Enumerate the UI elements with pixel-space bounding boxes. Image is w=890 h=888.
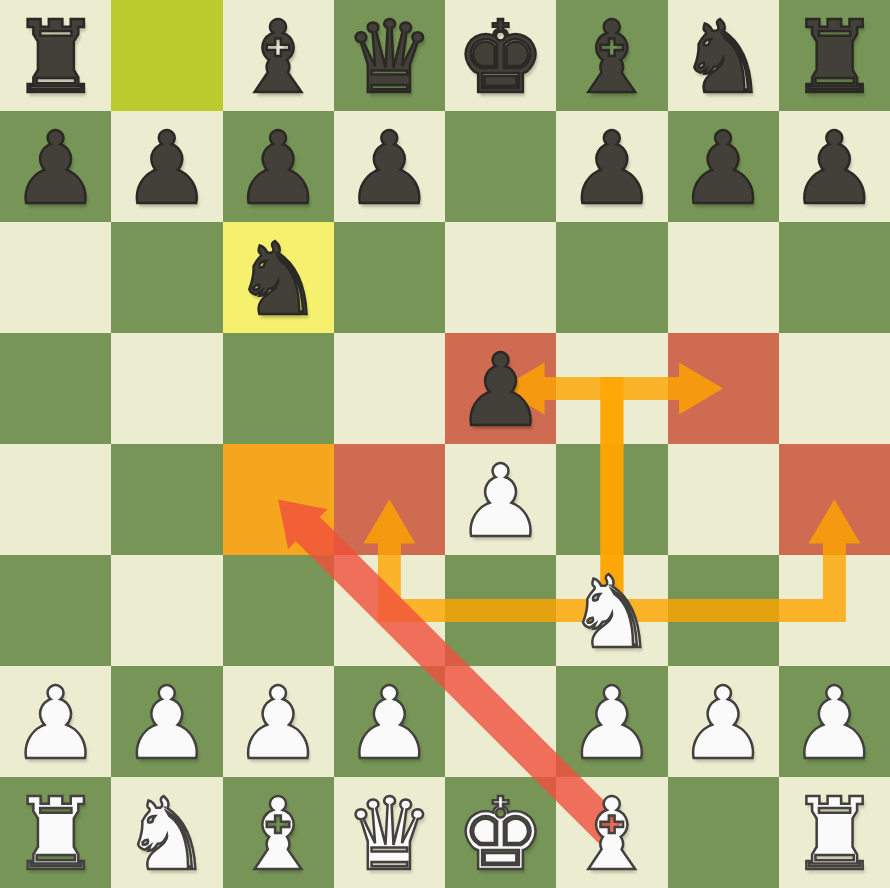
piece-white-pawn-e4[interactable]: ♟ <box>456 452 546 552</box>
square-f3[interactable]: ♞ <box>556 555 667 666</box>
piece-black-knight-c6[interactable]: ♞ <box>233 230 323 330</box>
square-g2[interactable]: ♟ <box>668 666 779 777</box>
square-h8[interactable]: ♜ <box>779 0 890 111</box>
square-g3[interactable] <box>668 555 779 666</box>
square-b4[interactable] <box>111 444 222 555</box>
square-d7[interactable]: ♟ <box>334 111 445 222</box>
square-b1[interactable]: ♞ <box>111 777 222 888</box>
piece-white-rook-h1[interactable]: ♜ <box>790 785 880 885</box>
square-g1[interactable] <box>668 777 779 888</box>
piece-white-queen-d1[interactable]: ♛ <box>345 785 435 885</box>
square-d2[interactable]: ♟ <box>334 666 445 777</box>
square-c3[interactable] <box>223 555 334 666</box>
piece-white-knight-f3[interactable]: ♞ <box>567 563 657 663</box>
square-e5[interactable]: ♟ <box>445 333 556 444</box>
piece-black-pawn-a7[interactable]: ♟ <box>11 119 101 219</box>
square-c4[interactable] <box>223 444 334 555</box>
square-h1[interactable]: ♜ <box>779 777 890 888</box>
piece-black-king-e8[interactable]: ♚ <box>456 8 546 108</box>
square-h5[interactable] <box>779 333 890 444</box>
square-d1[interactable]: ♛ <box>334 777 445 888</box>
piece-black-knight-g8[interactable]: ♞ <box>678 8 768 108</box>
square-d3[interactable] <box>334 555 445 666</box>
square-h3[interactable] <box>779 555 890 666</box>
square-c7[interactable]: ♟ <box>223 111 334 222</box>
square-b7[interactable]: ♟ <box>111 111 222 222</box>
piece-white-pawn-c2[interactable]: ♟ <box>233 674 323 774</box>
square-f6[interactable] <box>556 222 667 333</box>
square-b8[interactable] <box>111 0 222 111</box>
square-a2[interactable]: ♟ <box>0 666 111 777</box>
square-g6[interactable] <box>668 222 779 333</box>
square-g5[interactable] <box>668 333 779 444</box>
piece-black-bishop-f8[interactable]: ♝ <box>567 8 657 108</box>
piece-white-pawn-b2[interactable]: ♟ <box>122 674 212 774</box>
square-e1[interactable]: ♚ <box>445 777 556 888</box>
square-a1[interactable]: ♜ <box>0 777 111 888</box>
square-d8[interactable]: ♛ <box>334 0 445 111</box>
chess-board: ♜♝♛♚♝♞♜♟♟♟♟♟♟♟♞♟♟♞♟♟♟♟♟♟♟♜♞♝♛♚♝♜ <box>0 0 890 888</box>
square-a5[interactable] <box>0 333 111 444</box>
square-g4[interactable] <box>668 444 779 555</box>
square-b2[interactable]: ♟ <box>111 666 222 777</box>
piece-white-bishop-c1[interactable]: ♝ <box>233 785 323 885</box>
piece-white-pawn-a2[interactable]: ♟ <box>11 674 101 774</box>
piece-black-pawn-g7[interactable]: ♟ <box>678 119 768 219</box>
piece-black-pawn-f7[interactable]: ♟ <box>567 119 657 219</box>
square-c8[interactable]: ♝ <box>223 0 334 111</box>
square-f5[interactable] <box>556 333 667 444</box>
square-h4[interactable] <box>779 444 890 555</box>
piece-black-pawn-d7[interactable]: ♟ <box>345 119 435 219</box>
square-f7[interactable]: ♟ <box>556 111 667 222</box>
piece-black-pawn-b7[interactable]: ♟ <box>122 119 212 219</box>
square-c2[interactable]: ♟ <box>223 666 334 777</box>
piece-black-pawn-e5[interactable]: ♟ <box>456 341 546 441</box>
piece-white-pawn-h2[interactable]: ♟ <box>790 674 880 774</box>
square-f8[interactable]: ♝ <box>556 0 667 111</box>
square-e2[interactable] <box>445 666 556 777</box>
square-e3[interactable] <box>445 555 556 666</box>
piece-white-king-e1[interactable]: ♚ <box>456 785 546 885</box>
square-b6[interactable] <box>111 222 222 333</box>
piece-white-bishop-f1[interactable]: ♝ <box>567 785 657 885</box>
square-h6[interactable] <box>779 222 890 333</box>
square-b5[interactable] <box>111 333 222 444</box>
square-d5[interactable] <box>334 333 445 444</box>
square-h2[interactable]: ♟ <box>779 666 890 777</box>
square-a6[interactable] <box>0 222 111 333</box>
square-a7[interactable]: ♟ <box>0 111 111 222</box>
piece-black-pawn-c7[interactable]: ♟ <box>233 119 323 219</box>
square-e4[interactable]: ♟ <box>445 444 556 555</box>
square-e8[interactable]: ♚ <box>445 0 556 111</box>
square-a8[interactable]: ♜ <box>0 0 111 111</box>
piece-white-pawn-d2[interactable]: ♟ <box>345 674 435 774</box>
square-d4[interactable] <box>334 444 445 555</box>
piece-black-pawn-h7[interactable]: ♟ <box>790 119 880 219</box>
piece-white-knight-b1[interactable]: ♞ <box>122 785 212 885</box>
square-f4[interactable] <box>556 444 667 555</box>
square-c1[interactable]: ♝ <box>223 777 334 888</box>
square-f1[interactable]: ♝ <box>556 777 667 888</box>
piece-black-rook-h8[interactable]: ♜ <box>790 8 880 108</box>
square-c5[interactable] <box>223 333 334 444</box>
square-b3[interactable] <box>111 555 222 666</box>
square-h7[interactable]: ♟ <box>779 111 890 222</box>
piece-white-pawn-g2[interactable]: ♟ <box>678 674 768 774</box>
square-c6[interactable]: ♞ <box>223 222 334 333</box>
square-g7[interactable]: ♟ <box>668 111 779 222</box>
square-e6[interactable] <box>445 222 556 333</box>
square-g8[interactable]: ♞ <box>668 0 779 111</box>
square-f2[interactable]: ♟ <box>556 666 667 777</box>
piece-black-rook-a8[interactable]: ♜ <box>11 8 101 108</box>
square-a4[interactable] <box>0 444 111 555</box>
square-a3[interactable] <box>0 555 111 666</box>
piece-white-rook-a1[interactable]: ♜ <box>11 785 101 885</box>
square-e7[interactable] <box>445 111 556 222</box>
square-d6[interactable] <box>334 222 445 333</box>
piece-black-queen-d8[interactable]: ♛ <box>345 8 435 108</box>
piece-white-pawn-f2[interactable]: ♟ <box>567 674 657 774</box>
piece-black-bishop-c8[interactable]: ♝ <box>233 8 323 108</box>
